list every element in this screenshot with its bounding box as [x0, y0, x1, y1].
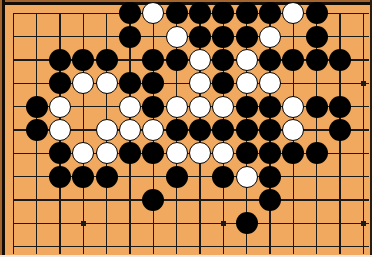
white-stone [259, 72, 281, 94]
black-stone [236, 96, 258, 118]
white-stone [259, 26, 281, 48]
black-stone [189, 26, 211, 48]
black-stone [166, 49, 188, 71]
white-stone [142, 2, 164, 24]
black-stone [142, 142, 164, 164]
white-stone [166, 26, 188, 48]
white-stone [189, 142, 211, 164]
black-stone [236, 212, 258, 234]
black-stone [282, 49, 304, 71]
grid-line-vertical [13, 13, 14, 254]
black-stone [259, 96, 281, 118]
white-stone [166, 96, 188, 118]
black-stone [212, 2, 234, 24]
black-stone [189, 2, 211, 24]
white-stone [282, 2, 304, 24]
black-stone [72, 49, 94, 71]
black-stone [119, 72, 141, 94]
black-stone [259, 166, 281, 188]
black-stone [329, 49, 351, 71]
black-stone [212, 49, 234, 71]
white-stone [49, 96, 71, 118]
white-stone [119, 119, 141, 141]
white-stone [142, 119, 164, 141]
black-stone [189, 119, 211, 141]
black-stone [306, 142, 328, 164]
black-stone [212, 119, 234, 141]
white-stone [212, 142, 234, 164]
white-stone [236, 166, 258, 188]
white-stone [282, 96, 304, 118]
white-stone [96, 119, 118, 141]
black-stone [72, 166, 94, 188]
go-board [0, 0, 372, 257]
black-stone [119, 2, 141, 24]
black-stone [26, 119, 48, 141]
black-stone [49, 142, 71, 164]
grid-line-horizontal [13, 199, 369, 200]
grid-line-horizontal [13, 223, 369, 224]
black-stone [49, 72, 71, 94]
white-stone [49, 119, 71, 141]
white-stone [189, 49, 211, 71]
black-stone [236, 2, 258, 24]
black-stone [236, 119, 258, 141]
white-stone [236, 49, 258, 71]
star-point [361, 81, 366, 86]
black-stone [142, 49, 164, 71]
board-edge-left [2, 0, 5, 257]
white-stone [72, 72, 94, 94]
black-stone [119, 26, 141, 48]
black-stone [119, 142, 141, 164]
black-stone [259, 119, 281, 141]
black-stone [306, 49, 328, 71]
white-stone [166, 142, 188, 164]
black-stone [306, 96, 328, 118]
grid-line-horizontal [13, 246, 369, 247]
black-stone [259, 189, 281, 211]
black-stone [259, 142, 281, 164]
black-stone [212, 72, 234, 94]
black-stone [142, 96, 164, 118]
black-stone [306, 26, 328, 48]
black-stone [259, 49, 281, 71]
white-stone [236, 72, 258, 94]
star-point [361, 221, 366, 226]
black-stone [329, 96, 351, 118]
black-stone [49, 49, 71, 71]
white-stone [189, 96, 211, 118]
black-stone [212, 26, 234, 48]
black-stone [236, 26, 258, 48]
white-stone [72, 142, 94, 164]
black-stone [166, 119, 188, 141]
black-stone [142, 72, 164, 94]
black-stone [236, 142, 258, 164]
black-stone [96, 166, 118, 188]
star-point [221, 221, 226, 226]
grid-line-vertical [363, 13, 364, 254]
black-stone [259, 2, 281, 24]
white-stone [96, 142, 118, 164]
black-stone [306, 2, 328, 24]
white-stone [282, 119, 304, 141]
white-stone [212, 96, 234, 118]
black-stone [142, 189, 164, 211]
star-point [81, 221, 86, 226]
black-stone [212, 166, 234, 188]
black-stone [26, 96, 48, 118]
black-stone [282, 142, 304, 164]
black-stone [329, 119, 351, 141]
black-stone [166, 166, 188, 188]
white-stone [96, 72, 118, 94]
white-stone [119, 96, 141, 118]
black-stone [166, 2, 188, 24]
black-stone [96, 49, 118, 71]
white-stone [189, 72, 211, 94]
black-stone [49, 166, 71, 188]
